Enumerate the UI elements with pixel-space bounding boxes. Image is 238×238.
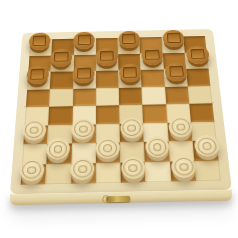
dark-checker-piece[interactable] — [119, 64, 142, 83]
dark-checker-piece[interactable] — [28, 33, 50, 51]
square-r3c6[interactable] — [141, 70, 165, 88]
dark-checker-piece[interactable] — [96, 47, 118, 65]
square-r3c1[interactable] — [27, 72, 51, 90]
square-r1c3[interactable] — [74, 38, 96, 54]
square-r8c6[interactable] — [145, 161, 171, 182]
square-r5c8[interactable] — [189, 103, 214, 122]
square-r2c6[interactable] — [140, 53, 163, 70]
square-r1c7[interactable] — [161, 37, 184, 53]
square-r1c5[interactable] — [118, 37, 140, 53]
square-r6c1[interactable] — [23, 125, 48, 145]
square-r8c8[interactable] — [194, 160, 221, 181]
square-r8c2[interactable] — [46, 163, 72, 184]
square-r2c8[interactable] — [185, 52, 209, 69]
square-r4c7[interactable] — [165, 86, 189, 104]
light-checker-piece[interactable] — [22, 119, 47, 140]
light-checker-piece[interactable] — [19, 159, 45, 182]
light-checker-piece[interactable] — [96, 137, 120, 159]
square-r8c3[interactable] — [71, 163, 96, 184]
dark-checker-piece[interactable] — [72, 65, 94, 84]
checkers-box — [6, 0, 232, 205]
square-r7c2[interactable] — [47, 144, 72, 164]
product-photo-canvas — [0, 0, 238, 238]
light-checker-piece[interactable] — [46, 138, 71, 160]
light-checker-piece[interactable] — [70, 158, 95, 181]
square-r8c1[interactable] — [21, 164, 47, 185]
square-r3c2[interactable] — [50, 71, 73, 89]
square-r5c4[interactable] — [96, 105, 120, 124]
square-r4c6[interactable] — [142, 87, 166, 105]
square-r4c3[interactable] — [73, 88, 96, 106]
square-r3c3[interactable] — [73, 71, 96, 89]
dark-checker-piece[interactable] — [165, 63, 189, 82]
square-r2c2[interactable] — [51, 55, 74, 72]
dark-checker-piece[interactable] — [26, 66, 49, 85]
square-r7c8[interactable] — [192, 141, 218, 161]
square-r1c1[interactable] — [29, 39, 52, 55]
square-r3c7[interactable] — [163, 69, 187, 87]
square-r3c5[interactable] — [118, 70, 141, 88]
light-checker-piece[interactable] — [120, 117, 144, 138]
checkers-board[interactable] — [21, 36, 221, 185]
square-r3c8[interactable] — [186, 69, 210, 87]
dark-checker-piece[interactable] — [73, 32, 95, 50]
dark-checker-piece[interactable] — [141, 47, 164, 65]
light-checker-piece[interactable] — [121, 157, 146, 180]
light-checker-piece[interactable] — [71, 118, 95, 139]
square-r2c4[interactable] — [96, 54, 119, 71]
square-r7c4[interactable] — [96, 143, 121, 163]
square-r4c8[interactable] — [188, 86, 213, 104]
square-r7c6[interactable] — [144, 142, 169, 162]
dark-checker-piece[interactable] — [50, 48, 72, 67]
dark-checker-piece[interactable] — [118, 31, 140, 49]
square-r4c5[interactable] — [119, 87, 143, 105]
square-r5c2[interactable] — [48, 106, 72, 125]
board-frame — [10, 29, 232, 194]
square-r4c4[interactable] — [96, 88, 119, 106]
square-r5c6[interactable] — [142, 104, 167, 123]
square-r6c7[interactable] — [167, 122, 192, 141]
dark-checker-piece[interactable] — [162, 30, 185, 48]
square-r4c2[interactable] — [49, 89, 73, 107]
square-r4c1[interactable] — [26, 89, 50, 107]
square-r6c5[interactable] — [120, 123, 145, 142]
light-checker-piece[interactable] — [145, 136, 170, 158]
square-r6c3[interactable] — [72, 124, 96, 143]
square-r3c4[interactable] — [96, 70, 119, 88]
square-r8c4[interactable] — [96, 162, 121, 183]
square-r8c5[interactable] — [120, 162, 145, 183]
brass-clasp-icon — [106, 196, 130, 203]
square-r8c7[interactable] — [170, 161, 196, 182]
